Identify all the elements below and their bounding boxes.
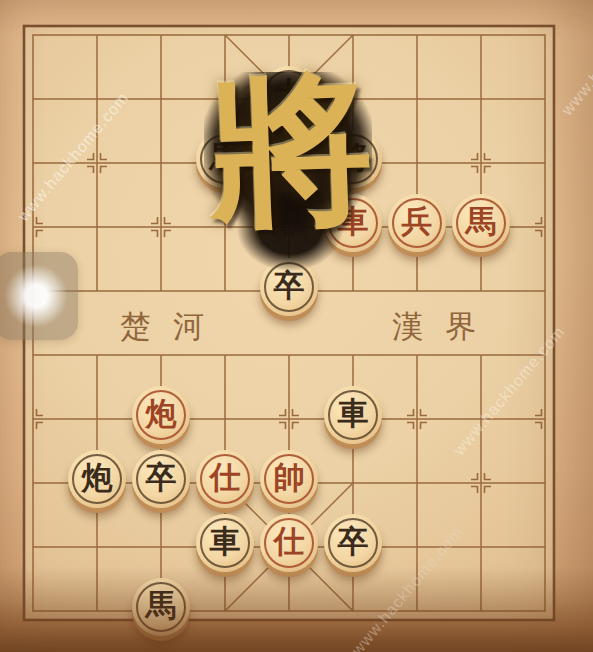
piece-glyph: 仕 <box>260 513 318 571</box>
piece-glyph: 炮 <box>68 449 126 507</box>
piece-glyph: 帥 <box>260 449 318 507</box>
piece-black-卒[interactable]: 卒 <box>132 450 190 508</box>
piece-glyph: 將 <box>324 129 382 187</box>
piece-black-卒[interactable]: 卒 <box>260 258 318 316</box>
piece-glyph: 馬 <box>132 577 190 635</box>
piece-glyph: 卒 <box>132 449 190 507</box>
piece-glyph: 士 <box>260 65 318 123</box>
piece-black-將[interactable]: 將 <box>324 130 382 188</box>
piece-red-仕[interactable]: 仕 <box>196 450 254 508</box>
piece-glyph: 卒 <box>324 513 382 571</box>
xiangqi-screen: 楚河 漢界 士 馬 將 車 兵 馬 卒 炮 車 <box>0 0 593 652</box>
piece-red-帥[interactable]: 帥 <box>260 450 318 508</box>
piece-glyph: 車 <box>324 385 382 443</box>
piece-red-車[interactable]: 車 <box>324 194 382 252</box>
piece-glyph: 炮 <box>132 385 190 443</box>
piece-black-馬[interactable]: 馬 <box>196 130 254 188</box>
piece-glyph: 車 <box>196 513 254 571</box>
piece-glyph: 車 <box>324 193 382 251</box>
piece-glyph: 卒 <box>260 257 318 315</box>
xiangqi-board[interactable]: 楚河 漢界 士 馬 將 車 兵 馬 卒 炮 車 <box>0 0 593 652</box>
glow-circle-icon <box>3 263 69 329</box>
piece-red-兵[interactable]: 兵 <box>388 194 446 252</box>
piece-glyph: 馬 <box>452 193 510 251</box>
piece-glyph: 馬 <box>196 129 254 187</box>
piece-black-車[interactable]: 車 <box>196 514 254 572</box>
piece-black-馬[interactable]: 馬 <box>132 578 190 636</box>
piece-glyph: 仕 <box>196 449 254 507</box>
piece-black-卒[interactable]: 卒 <box>324 514 382 572</box>
piece-black-士[interactable]: 士 <box>260 66 318 124</box>
piece-red-炮[interactable]: 炮 <box>132 386 190 444</box>
pieces-layer: 士 馬 將 車 兵 馬 卒 炮 車 炮 <box>0 0 593 652</box>
piece-black-炮[interactable]: 炮 <box>68 450 126 508</box>
piece-red-仕[interactable]: 仕 <box>260 514 318 572</box>
floating-assistant-button[interactable] <box>0 252 78 340</box>
piece-black-車[interactable]: 車 <box>324 386 382 444</box>
piece-red-馬[interactable]: 馬 <box>452 194 510 252</box>
piece-glyph: 兵 <box>388 193 446 251</box>
